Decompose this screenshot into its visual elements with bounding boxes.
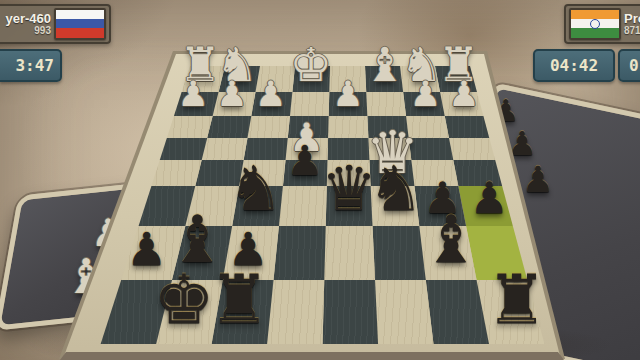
clock-right: 04:42 [533, 49, 615, 82]
player-right-rating: 871 [624, 26, 640, 37]
piece-white-pawn-g2[interactable]: ♟ [216, 77, 247, 112]
piece-black-queen-d6[interactable]: ♛ [321, 158, 377, 220]
piece-black-knight-f6[interactable]: ♞ [228, 158, 284, 220]
piece-black-rook-f8[interactable]: ♜ [209, 266, 270, 334]
player-left-rating: 993 [34, 26, 51, 37]
piece-white-bishop-c1[interactable]: ♝ [364, 41, 406, 88]
clock-left: 3:47 [0, 49, 62, 82]
player-right-name: Pro [624, 12, 640, 26]
player-left-name: yer-460 [5, 12, 51, 26]
india-flag-icon [569, 8, 621, 40]
piece-white-pawn-d2[interactable]: ♟ [332, 77, 363, 112]
player-plate-left: yer-460 993 [0, 4, 111, 44]
game-screen: ♜♞♝♚♞♜♟♟♟♟♟♟♟♛♟♟♟♞♛♞♝♟♝♟♜♜♚ yer-460 993 … [0, 0, 640, 360]
piece-white-pawn-f2[interactable]: ♟ [255, 77, 286, 112]
piece-white-pawn-a2[interactable]: ♟ [448, 77, 479, 112]
piece-white-pawn-b2[interactable]: ♟ [410, 77, 441, 112]
piece-black-bishop-b7[interactable]: ♝ [422, 207, 480, 272]
piece-white-pawn-h2[interactable]: ♟ [178, 77, 209, 112]
piece-black-pawn-e5[interactable]: ♟ [286, 141, 323, 182]
piece-black-king-g8[interactable]: ♚ [153, 266, 214, 334]
clock-extra-partial: 0 [618, 49, 640, 82]
russia-flag-icon [54, 8, 106, 40]
player-plate-right: Pro 871 [564, 4, 640, 44]
piece-black-rook-a8[interactable]: ♜ [486, 266, 547, 334]
piece-white-king-e1[interactable]: ♚ [290, 41, 332, 88]
